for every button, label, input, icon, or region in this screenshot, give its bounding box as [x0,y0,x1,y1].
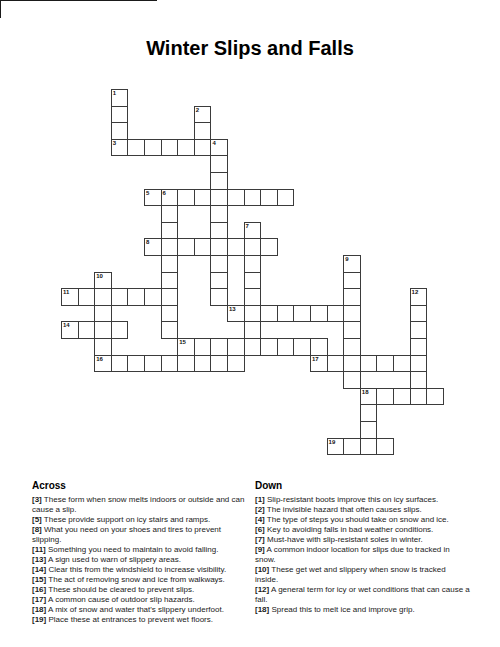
grid-cell[interactable] [210,238,228,256]
grid-cell[interactable] [244,272,262,290]
grid-cell[interactable] [360,404,378,422]
clue-number: [11] [32,545,46,554]
clue-item: [19] Place these at entrances to prevent… [32,615,250,625]
clue-number: [4] [255,515,265,524]
grid-cell[interactable] [277,305,295,323]
clue-item: [12] A general term for icy or wet condi… [255,585,470,605]
grid-cell[interactable] [227,355,245,373]
grid-cell[interactable]: 13 [227,305,245,323]
grid-cell[interactable] [210,255,228,273]
cell-number: 13 [229,306,236,313]
clue-item: [10] These get wet and slippery when sno… [255,565,470,585]
grid-cell[interactable] [410,371,428,389]
grid-cell[interactable] [111,355,129,373]
clue-number: [18] [32,605,46,614]
down-clues-section: Down [1] Slip-resistant boots improve th… [255,480,470,615]
grid-cell[interactable] [327,305,345,323]
grid-cell[interactable] [343,371,361,389]
clue-item: [14] Clear this from the windshield to i… [32,565,250,575]
clue-item: [8] What you need on your shoes and tire… [32,525,250,545]
down-clue-list: [1] Slip-resistant boots improve this on… [255,495,470,615]
grid-cell[interactable] [144,139,162,157]
grid-cell[interactable]: 14 [61,321,79,339]
cell-number: 5 [146,190,149,197]
grid-cell[interactable] [111,288,129,306]
grid-cell[interactable] [343,305,361,323]
grid-cell[interactable]: 5 [144,189,162,207]
grid-cell[interactable] [194,338,212,356]
grid-cell[interactable] [78,288,96,306]
across-clues-section: Across [3] These form when snow melts in… [32,480,250,625]
clue-number: [7] [255,535,265,544]
grid-cell[interactable] [376,388,394,406]
clue-item: [15] The act of removing snow and ice fr… [32,575,250,585]
cell-number: 2 [196,107,199,114]
grid-cell[interactable] [393,388,411,406]
cell-number: 6 [163,190,166,197]
grid-cell[interactable]: 4 [210,139,228,157]
clue-number: [5] [32,515,42,524]
grid-cell[interactable] [94,305,112,323]
clue-item: [6] Key to avoiding falls in bad weather… [255,525,470,535]
grid-cell[interactable] [426,388,444,406]
grid-cell[interactable] [161,238,179,256]
grid-cell[interactable] [260,305,278,323]
grid-cell[interactable] [161,288,179,306]
grid-cell[interactable] [210,338,228,356]
cell-number: 18 [362,389,369,396]
clue-number: [9] [255,545,265,554]
grid-cell[interactable] [327,355,345,373]
grid-cell[interactable] [194,238,212,256]
grid-cell[interactable] [343,338,361,356]
clue-item: [18] Spread this to melt ice and improve… [255,605,470,615]
grid-cell[interactable] [161,321,179,339]
grid-cell[interactable] [376,355,394,373]
grid-cell[interactable] [161,222,179,240]
clue-item: [2] The invisible hazard that often caus… [255,505,470,515]
grid-cell[interactable]: 17 [310,355,328,373]
clue-number: [14] [32,565,46,574]
grid-cell[interactable]: 12 [410,288,428,306]
grid-cell[interactable]: 8 [144,238,162,256]
cell-number: 1 [113,90,116,97]
grid-cell[interactable] [244,255,262,273]
clue-number: [10] [255,565,269,574]
grid-cell[interactable] [210,272,228,290]
grid-cell[interactable] [210,205,228,223]
clue-number: [8] [32,525,42,534]
across-header: Across [32,480,250,491]
clue-number: [15] [32,575,46,584]
grid-cell[interactable] [111,122,129,140]
grid-cell[interactable] [293,338,311,356]
grid-cell[interactable] [194,139,212,157]
clue-item: [13] A sign used to warn of slippery are… [32,555,250,565]
clue-item: [18] A mix of snow and water that's slip… [32,605,250,615]
down-header: Down [255,480,470,491]
cell-number: 10 [96,273,103,280]
grid-cell[interactable] [144,355,162,373]
grid-cell[interactable]: 6 [161,189,179,207]
grid-cell[interactable] [244,321,262,339]
cell-number: 17 [312,356,319,363]
grid-cell[interactable] [410,355,428,373]
cell-number: 19 [329,439,336,446]
clue-number: [18] [255,605,269,614]
grid-cell[interactable] [94,288,112,306]
clue-item: [9] A common indoor location for slips d… [255,545,470,565]
grid-cell[interactable] [343,272,361,290]
grid-cell[interactable]: 7 [244,222,262,240]
grid-cell[interactable]: 10 [94,272,112,290]
grid-cell[interactable] [127,139,145,157]
grid-cell[interactable] [410,305,428,323]
grid-cell[interactable] [343,288,361,306]
clue-number: [6] [255,525,265,534]
clue-item: [3] These form when snow melts indoors o… [32,495,250,515]
cell-number: 12 [412,289,419,296]
grid-cell[interactable] [410,321,428,339]
grid-cell[interactable] [343,438,361,456]
clue-number: [13] [32,555,46,564]
grid-cell[interactable] [210,189,228,207]
grid-cell[interactable]: 15 [177,338,195,356]
clue-number: [3] [32,495,42,504]
grid-cell[interactable] [360,421,378,439]
cell-number: 3 [113,140,116,147]
page-edge-artifact-left [0,0,1,18]
grid-cell[interactable] [210,222,228,240]
grid-cell[interactable] [94,338,112,356]
grid-cell[interactable] [393,355,411,373]
grid-cell[interactable] [343,355,361,373]
grid-cell[interactable] [194,355,212,373]
cell-number: 14 [63,322,70,329]
grid-cell[interactable] [177,139,195,157]
grid-cell[interactable] [177,189,195,207]
grid-cell[interactable]: 1 [111,89,129,107]
grid-cell[interactable] [111,321,129,339]
clue-item: [5] These provide support on icy stairs … [32,515,250,525]
grid-cell[interactable] [161,205,179,223]
grid-cell[interactable] [111,106,129,124]
grid-cell[interactable] [260,238,278,256]
across-clue-list: [3] These form when snow melts indoors o… [32,495,250,625]
grid-cell[interactable] [161,255,179,273]
grid-cell[interactable] [277,189,295,207]
grid-cell[interactable]: 16 [94,355,112,373]
grid-cell[interactable] [410,388,428,406]
clue-item: [4] The type of steps you should take on… [255,515,470,525]
grid-cell[interactable] [210,155,228,173]
grid-cell[interactable] [161,139,179,157]
grid-cell[interactable] [376,438,394,456]
grid-cell[interactable] [227,338,245,356]
cell-number: 4 [212,140,215,147]
grid-cell[interactable] [410,338,428,356]
grid-cell[interactable] [244,338,262,356]
clue-item: [16] These should be cleared to prevent … [32,585,250,595]
grid-cell[interactable] [227,238,245,256]
clue-number: [16] [32,585,46,594]
clue-number: [19] [32,615,46,624]
grid-cell[interactable] [210,288,228,306]
grid-cell[interactable] [94,321,112,339]
grid-cell[interactable] [277,338,295,356]
grid-cell[interactable] [310,305,328,323]
clue-number: [17] [32,595,46,604]
grid-cell[interactable] [194,189,212,207]
cell-number: 7 [246,223,249,230]
clue-item: [17] A common cause of outdoor slip haza… [32,595,250,605]
grid-cell[interactable]: 18 [360,388,378,406]
grid-cell[interactable] [360,355,378,373]
grid-cell[interactable] [177,355,195,373]
grid-cell[interactable] [260,189,278,207]
grid-cell[interactable] [227,189,245,207]
grid-cell[interactable]: 9 [343,255,361,273]
grid-cell[interactable] [244,288,262,306]
grid-cell[interactable] [210,172,228,190]
grid-cell[interactable]: 2 [194,106,212,124]
clue-item: [7] Must-have with slip-resistant soles … [255,535,470,545]
page-edge-artifact-top [0,0,157,1]
cell-number: 9 [345,256,348,263]
grid-cell[interactable] [78,321,96,339]
puzzle-title: Winter Slips and Falls [0,37,500,60]
cell-number: 11 [63,289,69,296]
grid-cell[interactable] [194,122,212,140]
grid-cell[interactable]: 11 [61,288,79,306]
clue-item: [11] Something you need to maintain to a… [32,545,250,555]
grid-cell[interactable] [127,355,145,373]
grid-cell[interactable] [127,288,145,306]
grid-cell[interactable]: 19 [327,438,345,456]
grid-cell[interactable] [177,238,195,256]
clue-number: [1] [255,495,265,504]
grid-cell[interactable] [360,438,378,456]
cell-number: 15 [179,339,186,346]
grid-cell[interactable] [343,321,361,339]
grid-cell[interactable] [161,305,179,323]
grid-cell[interactable] [161,272,179,290]
clue-number: [2] [255,505,265,514]
clue-item: [1] Slip-resistant boots improve this on… [255,495,470,505]
grid-cell[interactable] [310,338,328,356]
grid-cell[interactable] [244,305,262,323]
grid-cell[interactable] [210,355,228,373]
cell-number: 8 [146,239,149,246]
grid-cell[interactable] [144,288,162,306]
grid-cell[interactable] [293,305,311,323]
grid-cell[interactable]: 3 [111,139,129,157]
cell-number: 16 [96,356,103,363]
grid-cell[interactable] [161,355,179,373]
grid-cell[interactable] [244,238,262,256]
clue-number: [12] [255,585,269,594]
grid-cell[interactable] [260,338,278,356]
grid-cell[interactable] [244,189,262,207]
